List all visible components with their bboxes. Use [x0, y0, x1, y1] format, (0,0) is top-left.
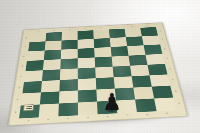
- coordinate-label: c: [58, 116, 78, 122]
- square-h2: [152, 86, 173, 99]
- chess-board: abcdefgh abcdefgh 87654321 87654321: [8, 23, 188, 126]
- coordinate-label: h: [157, 111, 178, 117]
- square-g2: [133, 87, 154, 100]
- square-h1: [154, 98, 176, 112]
- coordinate-label: a: [18, 118, 38, 124]
- board-scene: abcdefgh abcdefgh 87654321 87654321: [8, 23, 188, 126]
- coordinate-label: b: [38, 117, 58, 123]
- square-b2: [40, 91, 60, 104]
- black-pawn: ♟: [101, 90, 123, 114]
- square-d1: [78, 102, 98, 116]
- photo-background: abcdefgh abcdefgh 87654321 87654321 ♟: [0, 0, 200, 133]
- square-c1: [58, 103, 78, 117]
- coordinate-label: d: [78, 115, 98, 121]
- square-d2: [78, 90, 97, 103]
- black-pawn-glyph: ♟: [103, 89, 122, 115]
- square-c2: [59, 90, 78, 103]
- chess-board-grid: [19, 27, 176, 118]
- board-logo-stamp: [23, 104, 34, 111]
- square-g1: [135, 99, 157, 113]
- coordinate-label: g: [137, 112, 158, 118]
- square-b1: [39, 104, 59, 118]
